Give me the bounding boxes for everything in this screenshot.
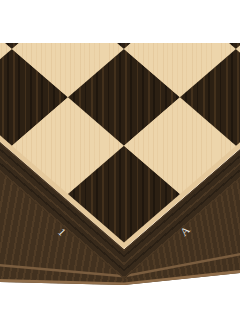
chessboard-corner-photo: 1 A: [0, 0, 240, 329]
photo-area: 1 A: [0, 43, 240, 329]
